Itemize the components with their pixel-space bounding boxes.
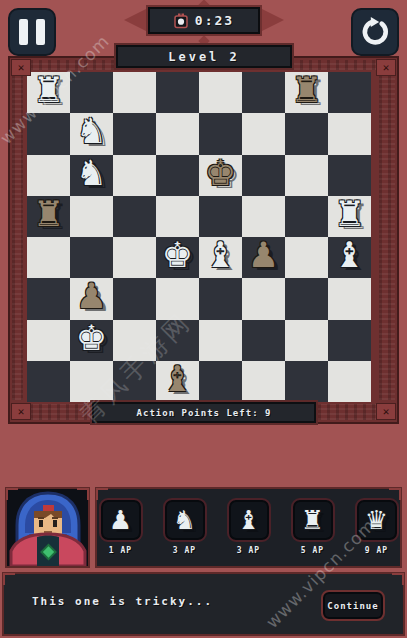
- restart-button[interactable]: [351, 8, 399, 56]
- square-b3[interactable]: ♟: [70, 278, 113, 319]
- card-pawn: ♟1 AP: [99, 498, 143, 555]
- square-c6[interactable]: [113, 155, 156, 196]
- square-f1[interactable]: [242, 361, 285, 402]
- avatar-panel: [5, 487, 90, 568]
- square-h2[interactable]: [328, 320, 371, 361]
- frame-corner-icon: ✕: [376, 403, 396, 420]
- square-c5[interactable]: [113, 196, 156, 237]
- black-rook[interactable]: ♜: [291, 73, 322, 108]
- square-a3[interactable]: [27, 278, 70, 319]
- square-c1[interactable]: [113, 361, 156, 402]
- square-c4[interactable]: [113, 237, 156, 278]
- rook-icon: ♜: [301, 507, 324, 533]
- square-g8[interactable]: ♜: [285, 72, 328, 113]
- level-banner: Level 2: [116, 45, 292, 68]
- square-c2[interactable]: [113, 320, 156, 361]
- bishop-icon: ♝: [237, 507, 260, 533]
- square-g6[interactable]: [285, 155, 328, 196]
- pause-icon: [19, 19, 45, 45]
- frame-corner-icon: ✕: [11, 403, 31, 420]
- square-b2[interactable]: ♚: [70, 320, 113, 361]
- square-f2[interactable]: [242, 320, 285, 361]
- square-f3[interactable]: [242, 278, 285, 319]
- card-rook: ♜5 AP: [291, 498, 335, 555]
- queen-icon: ♛: [365, 507, 388, 533]
- square-f6[interactable]: [242, 155, 285, 196]
- square-e7[interactable]: [199, 113, 242, 154]
- piece-card-queen[interactable]: ♛: [355, 498, 399, 542]
- square-a8[interactable]: ♜: [27, 72, 70, 113]
- square-a7[interactable]: [27, 113, 70, 154]
- square-f5[interactable]: [242, 196, 285, 237]
- white-king[interactable]: ♚: [162, 238, 193, 273]
- clock-icon: [174, 13, 188, 29]
- square-e6[interactable]: ♚: [199, 155, 242, 196]
- square-d4[interactable]: ♚: [156, 237, 199, 278]
- square-f7[interactable]: [242, 113, 285, 154]
- white-rook[interactable]: ♜: [33, 73, 64, 108]
- square-g1[interactable]: [285, 361, 328, 402]
- black-pawn[interactable]: ♟: [248, 238, 279, 273]
- dialog-text: This one is tricky...: [32, 595, 213, 608]
- square-d7[interactable]: [156, 113, 199, 154]
- timer-ornament-left: [124, 9, 146, 31]
- frame-ornament-right: [377, 72, 397, 402]
- black-bishop[interactable]: ♝: [162, 362, 193, 397]
- square-e3[interactable]: [199, 278, 242, 319]
- square-d8[interactable]: [156, 72, 199, 113]
- card-cost-label: 5 AP: [301, 546, 324, 555]
- timer-value: 0:23: [195, 13, 234, 28]
- timer-display: 0:23: [148, 7, 260, 34]
- white-knight[interactable]: ♞: [76, 114, 107, 149]
- square-e8[interactable]: [199, 72, 242, 113]
- square-h5[interactable]: ♜: [328, 196, 371, 237]
- square-g4[interactable]: [285, 237, 328, 278]
- square-d2[interactable]: [156, 320, 199, 361]
- square-h7[interactable]: [328, 113, 371, 154]
- wizard-avatar: [7, 489, 88, 566]
- dialog-panel: This one is tricky... Continue: [2, 572, 405, 636]
- action-points-bar: Action Points Left: 9: [92, 402, 316, 423]
- square-h3[interactable]: [328, 278, 371, 319]
- white-bishop[interactable]: ♝: [205, 238, 236, 273]
- square-d5[interactable]: [156, 196, 199, 237]
- square-c3[interactable]: [113, 278, 156, 319]
- level-label: Level 2: [168, 50, 240, 64]
- piece-card-bishop[interactable]: ♝: [227, 498, 271, 542]
- white-rook[interactable]: ♜: [334, 197, 365, 232]
- black-rook[interactable]: ♜: [33, 197, 64, 232]
- white-king[interactable]: ♚: [76, 321, 107, 356]
- pause-button[interactable]: [8, 8, 56, 56]
- square-h6[interactable]: [328, 155, 371, 196]
- card-cost-label: 3 AP: [237, 546, 260, 555]
- square-b8[interactable]: [70, 72, 113, 113]
- square-e4[interactable]: ♝: [199, 237, 242, 278]
- square-g5[interactable]: [285, 196, 328, 237]
- white-bishop[interactable]: ♝: [334, 238, 365, 273]
- knight-icon: ♞: [173, 507, 196, 533]
- square-d3[interactable]: [156, 278, 199, 319]
- square-h1[interactable]: [328, 361, 371, 402]
- square-g7[interactable]: [285, 113, 328, 154]
- square-c7[interactable]: [113, 113, 156, 154]
- game-screen: 0:23 ✕ ✕ ✕ ✕ ♜♜♞♞♚♜♜♚♝♟♝♟♚♝ Level 2 Acti…: [0, 0, 407, 638]
- continue-button[interactable]: Continue: [321, 590, 385, 621]
- card-queen: ♛9 AP: [355, 498, 399, 555]
- card-cost-label: 3 AP: [173, 546, 196, 555]
- square-c8[interactable]: [113, 72, 156, 113]
- pawn-icon: ♟: [109, 507, 132, 533]
- piece-card-knight[interactable]: ♞: [163, 498, 207, 542]
- square-a1[interactable]: [27, 361, 70, 402]
- black-king[interactable]: ♚: [205, 156, 236, 191]
- square-h4[interactable]: ♝: [328, 237, 371, 278]
- chess-board[interactable]: ♜♜♞♞♚♜♜♚♝♟♝♟♚♝: [27, 72, 371, 402]
- square-g3[interactable]: [285, 278, 328, 319]
- frame-corner-icon: ✕: [376, 59, 396, 76]
- black-pawn[interactable]: ♟: [76, 279, 107, 314]
- square-d6[interactable]: [156, 155, 199, 196]
- square-a5[interactable]: ♜: [27, 196, 70, 237]
- card-knight: ♞3 AP: [163, 498, 207, 555]
- action-points-label: Action Points Left: 9: [137, 408, 272, 418]
- square-a2[interactable]: [27, 320, 70, 361]
- square-b7[interactable]: ♞: [70, 113, 113, 154]
- piece-card-rook[interactable]: ♜: [291, 498, 335, 542]
- continue-label: Continue: [327, 601, 378, 611]
- square-b1[interactable]: [70, 361, 113, 402]
- card-bishop: ♝3 AP: [227, 498, 271, 555]
- timer-ornament-right: [262, 9, 284, 31]
- square-f4[interactable]: ♟: [242, 237, 285, 278]
- square-e5[interactable]: [199, 196, 242, 237]
- frame-corner-icon: ✕: [11, 59, 31, 76]
- square-e2[interactable]: [199, 320, 242, 361]
- square-e1[interactable]: [199, 361, 242, 402]
- square-d1[interactable]: ♝: [156, 361, 199, 402]
- square-a4[interactable]: [27, 237, 70, 278]
- restart-icon: [360, 17, 390, 47]
- square-g2[interactable]: [285, 320, 328, 361]
- square-b6[interactable]: ♞: [70, 155, 113, 196]
- white-knight[interactable]: ♞: [76, 156, 107, 191]
- frame-ornament-left: [10, 72, 25, 402]
- piece-card-pawn[interactable]: ♟: [99, 498, 143, 542]
- square-b4[interactable]: [70, 237, 113, 278]
- board-frame: ✕ ✕ ✕ ✕ ♜♜♞♞♚♜♜♚♝♟♝♟♚♝: [8, 56, 399, 424]
- square-f8[interactable]: [242, 72, 285, 113]
- card-cost-label: 9 AP: [365, 546, 388, 555]
- piece-shop: ♟1 AP♞3 AP♝3 AP♜5 AP♛9 AP: [95, 487, 402, 568]
- square-b5[interactable]: [70, 196, 113, 237]
- square-a6[interactable]: [27, 155, 70, 196]
- card-cost-label: 1 AP: [109, 546, 132, 555]
- square-h8[interactable]: [328, 72, 371, 113]
